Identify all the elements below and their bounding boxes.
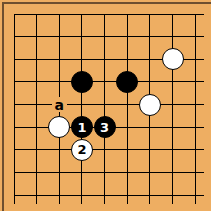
board-intersection: 3 — [93, 116, 116, 139]
intersections-grid: a132 — [3, 3, 207, 207]
white-stone-move-2: 2 — [71, 139, 93, 161]
board-intersection — [116, 71, 139, 94]
black-stone — [71, 71, 93, 93]
black-stone-move-3: 3 — [94, 116, 116, 138]
board-point-label-cell: a — [48, 93, 71, 116]
board-intersection — [71, 71, 94, 94]
board-intersection — [139, 93, 162, 116]
point-label-a: a — [52, 97, 67, 112]
go-board-diagram: a132 — [0, 0, 211, 211]
board-intersection — [161, 48, 184, 71]
white-stone — [48, 116, 70, 138]
black-stone-move-1: 1 — [71, 116, 93, 138]
white-stone — [139, 94, 161, 116]
board-intersection: 1 — [71, 116, 94, 139]
white-stone — [162, 48, 184, 70]
black-stone — [116, 71, 138, 93]
board-intersection: 2 — [71, 139, 94, 162]
board-intersection — [48, 116, 71, 139]
